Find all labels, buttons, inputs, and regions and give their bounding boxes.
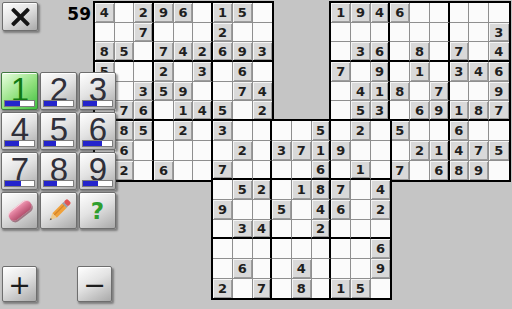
pencil-button[interactable] (40, 192, 77, 229)
cell-B-r3c4[interactable] (390, 42, 410, 62)
cell-C-r3c9[interactable] (371, 161, 391, 181)
cell-A-r6c6[interactable]: 4 (193, 101, 213, 121)
cell-C-r2c5[interactable]: 7 (292, 141, 312, 161)
cell-C-r1c4[interactable] (272, 121, 292, 141)
cell-C-r7c5[interactable] (292, 239, 312, 259)
cell-A-r3c1[interactable]: 8 (95, 42, 115, 62)
cell-B-r4c7[interactable]: 3 (450, 62, 470, 82)
cell-B-r6c5[interactable]: 6 (410, 101, 430, 121)
cell-B-r8c5[interactable]: 2 (410, 141, 430, 161)
cell-B-r5c1[interactable] (331, 82, 351, 102)
cell-B-r5c2[interactable]: 4 (351, 82, 371, 102)
cell-C-r1c7[interactable] (331, 121, 351, 141)
cell-C-r4c1[interactable] (213, 180, 233, 200)
cell-C-r5c1[interactable]: 9 (213, 200, 233, 220)
cell-B-r3c8[interactable] (469, 42, 489, 62)
cell-C-r2c3[interactable] (253, 141, 273, 161)
eraser-button[interactable] (1, 192, 38, 229)
cell-C-r5c3[interactable] (253, 200, 273, 220)
cell-A-r5c4[interactable]: 5 (154, 82, 174, 102)
cell-B-r9c4[interactable]: 7 (390, 161, 410, 181)
cell-A-r5c3[interactable]: 3 (134, 82, 154, 102)
cell-B-r8c7[interactable]: 4 (450, 141, 470, 161)
cell-A-r3c9[interactable]: 3 (253, 42, 273, 62)
cell-A-r2c1[interactable] (95, 23, 115, 43)
cell-B-r1c6[interactable] (430, 3, 450, 23)
cell-B-r5c7[interactable] (450, 82, 470, 102)
cell-B-r4c6[interactable] (430, 62, 450, 82)
cell-B-r7c6[interactable] (430, 121, 450, 141)
cell-B-r3c5[interactable]: 8 (410, 42, 430, 62)
cell-C-r7c1[interactable] (213, 239, 233, 259)
cell-A-r9c6[interactable] (193, 161, 213, 181)
cell-C-r5c5[interactable] (292, 200, 312, 220)
digit-progress-bar (82, 140, 113, 147)
digit-button-8[interactable]: 8 (40, 152, 77, 190)
digit-button-1[interactable]: 1 (1, 72, 38, 110)
digit-button-9[interactable]: 9 (79, 152, 116, 190)
cell-C-r1c2[interactable] (233, 121, 253, 141)
cell-C-r5c8[interactable] (351, 200, 371, 220)
cell-C-r7c9[interactable]: 6 (371, 239, 391, 259)
cell-C-r9c3[interactable]: 7 (253, 279, 273, 299)
cell-B-r5c5[interactable] (410, 82, 430, 102)
cell-A-r3c8[interactable]: 9 (233, 42, 253, 62)
cell-C-r5c7[interactable]: 6 (331, 200, 351, 220)
cell-C-r6c7[interactable] (331, 220, 351, 240)
cell-B-r4c9[interactable]: 6 (489, 62, 509, 82)
cell-A-r8c4[interactable] (154, 141, 174, 161)
cell-C-r4c3[interactable]: 2 (253, 180, 273, 200)
cell-B-r4c5[interactable]: 1 (410, 62, 430, 82)
cell-A-r6c9[interactable]: 2 (253, 101, 273, 121)
cell-C-r2c6[interactable]: 1 (312, 141, 332, 161)
cell-B-r9c9[interactable] (489, 161, 509, 181)
cell-C-r8c1[interactable] (213, 259, 233, 279)
cell-B-r6c1[interactable] (331, 101, 351, 121)
cell-C-r6c9[interactable] (371, 220, 391, 240)
cell-C-r8c7[interactable] (331, 259, 351, 279)
cell-C-r6c1[interactable] (213, 220, 233, 240)
cell-C-r9c6[interactable] (312, 279, 332, 299)
cell-B-r2c9[interactable]: 3 (489, 23, 509, 43)
cell-B-r5c4[interactable]: 8 (390, 82, 410, 102)
cell-C-r7c2[interactable] (233, 239, 253, 259)
cell-A-r2c7[interactable]: 2 (213, 23, 233, 43)
cell-C-r4c2[interactable]: 5 (233, 180, 253, 200)
cell-C-r5c9[interactable]: 2 (371, 200, 391, 220)
cell-B-r1c1[interactable]: 1 (331, 3, 351, 23)
cell-B-r2c7[interactable] (450, 23, 470, 43)
cell-B-r9c7[interactable]: 8 (450, 161, 470, 181)
cell-B-r4c4[interactable] (390, 62, 410, 82)
cell-C-r8c3[interactable] (253, 259, 273, 279)
cell-B-r3c9[interactable]: 4 (489, 42, 509, 62)
cell-C-r7c4[interactable] (272, 239, 292, 259)
minus-button[interactable]: − (77, 266, 112, 302)
cell-C-r9c7[interactable]: 1 (331, 279, 351, 299)
cell-C-r1c6[interactable]: 5 (312, 121, 332, 141)
cell-A-r2c6[interactable] (193, 23, 213, 43)
cell-B-r2c4[interactable] (390, 23, 410, 43)
cell-A-r3c7[interactable]: 6 (213, 42, 233, 62)
cell-C-r5c4[interactable]: 5 (272, 200, 292, 220)
digit-button-7[interactable]: 7 (1, 152, 38, 190)
cell-B-r9c8[interactable]: 9 (469, 161, 489, 181)
cell-B-r2c3[interactable] (371, 23, 391, 43)
cell-C-r8c8[interactable] (351, 259, 371, 279)
cell-A-r1c7[interactable]: 1 (213, 3, 233, 23)
cell-A-r3c4[interactable]: 7 (154, 42, 174, 62)
cell-B-r1c9[interactable] (489, 3, 509, 23)
cell-B-r6c7[interactable]: 1 (450, 101, 470, 121)
cell-C-r3c6[interactable]: 6 (312, 161, 332, 181)
cell-B-r2c6[interactable] (430, 23, 450, 43)
cell-A-r7c6[interactable] (193, 121, 213, 141)
cell-C-r4c9[interactable]: 4 (371, 180, 391, 200)
cell-B-r8c4[interactable] (390, 141, 410, 161)
digit-button-4[interactable]: 4 (1, 112, 38, 150)
cell-A-r5c6[interactable] (193, 82, 213, 102)
cell-A-r4c6[interactable]: 3 (193, 62, 213, 82)
cell-C-r6c2[interactable]: 3 (233, 220, 253, 240)
cell-C-r4c8[interactable] (351, 180, 371, 200)
cell-B-r7c9[interactable] (489, 121, 509, 141)
cell-A-r7c5[interactable]: 2 (174, 121, 194, 141)
cell-B-r4c8[interactable]: 4 (469, 62, 489, 82)
cell-C-r1c8[interactable]: 2 (351, 121, 371, 141)
cell-A-r5c7[interactable] (213, 82, 233, 102)
digit-progress-bar (4, 180, 35, 187)
digit-button-5[interactable]: 5 (40, 112, 77, 150)
cell-A-r3c5[interactable]: 4 (174, 42, 194, 62)
cell-C-r3c3[interactable] (253, 161, 273, 181)
cell-A-r8c6[interactable] (193, 141, 213, 161)
cell-C-r1c1[interactable]: 3 (213, 121, 233, 141)
cell-A-r4c9[interactable] (253, 62, 273, 82)
cell-C-r4c6[interactable]: 8 (312, 180, 332, 200)
digit-button-3[interactable]: 3 (79, 72, 116, 110)
cell-B-r7c4[interactable]: 5 (390, 121, 410, 141)
cell-B-r2c1[interactable] (331, 23, 351, 43)
cell-B-r5c9[interactable]: 9 (489, 82, 509, 102)
cell-C-r4c7[interactable]: 7 (331, 180, 351, 200)
cell-B-r6c8[interactable]: 8 (469, 101, 489, 121)
cell-B-r2c2[interactable] (351, 23, 371, 43)
cell-A-r2c4[interactable] (154, 23, 174, 43)
cell-B-r1c7[interactable] (450, 3, 470, 23)
digit-button-2[interactable]: 2 (40, 72, 77, 110)
cell-C-r9c8[interactable]: 5 (351, 279, 371, 299)
cell-C-r9c5[interactable]: 8 (292, 279, 312, 299)
cell-B-r7c8[interactable] (469, 121, 489, 141)
cell-B-r1c3[interactable]: 4 (371, 3, 391, 23)
cell-A-r5c5[interactable]: 9 (174, 82, 194, 102)
cell-B-r7c5[interactable] (410, 121, 430, 141)
minus-label: − (83, 271, 106, 298)
cell-C-r2c1[interactable] (213, 141, 233, 161)
cell-A-r3c6[interactable]: 2 (193, 42, 213, 62)
cell-C-r6c3[interactable]: 4 (253, 220, 273, 240)
cell-C-r8c4[interactable] (272, 259, 292, 279)
close-button[interactable] (2, 2, 38, 31)
cell-A-r9c3[interactable] (134, 161, 154, 181)
cell-C-r2c9[interactable] (371, 141, 391, 161)
cell-A-r8c3[interactable] (134, 141, 154, 161)
cell-A-r4c3[interactable] (134, 62, 154, 82)
cell-C-r8c5[interactable]: 4 (292, 259, 312, 279)
cell-A-r2c5[interactable] (174, 23, 194, 43)
cell-A-r6c8[interactable] (233, 101, 253, 121)
cell-B-r6c6[interactable]: 9 (430, 101, 450, 121)
cell-C-r1c9[interactable] (371, 121, 391, 141)
plus-button[interactable]: + (2, 266, 37, 302)
digit-progress-bar (82, 100, 113, 107)
cell-B-r9c6[interactable]: 6 (430, 161, 450, 181)
cell-C-r6c4[interactable] (272, 220, 292, 240)
cell-A-r8c5[interactable] (174, 141, 194, 161)
cell-B-r1c8[interactable] (469, 3, 489, 23)
cell-C-r6c6[interactable]: 2 (312, 220, 332, 240)
pencil-icon (44, 196, 74, 226)
digit-progress-bar (43, 140, 74, 147)
digit-progress-bar (43, 180, 74, 187)
cell-B-r4c3[interactable]: 9 (371, 62, 391, 82)
cell-C-r2c4[interactable]: 3 (272, 141, 292, 161)
cell-A-r6c3[interactable]: 6 (134, 101, 154, 121)
cell-B-r4c1[interactable]: 7 (331, 62, 351, 82)
digit-pad: 123456789 (1, 72, 119, 190)
cell-B-r4c2[interactable] (351, 62, 371, 82)
cell-A-r4c5[interactable] (174, 62, 194, 82)
cell-C-r3c7[interactable] (331, 161, 351, 181)
cell-C-r6c5[interactable] (292, 220, 312, 240)
cell-C-r9c4[interactable] (272, 279, 292, 299)
cell-A-r9c4[interactable]: 6 (154, 161, 174, 181)
cell-A-r1c8[interactable]: 5 (233, 3, 253, 23)
cell-C-r3c8[interactable]: 1 (351, 161, 371, 181)
cell-B-r5c8[interactable] (469, 82, 489, 102)
cell-B-r5c6[interactable]: 7 (430, 82, 450, 102)
cell-A-r5c8[interactable]: 7 (233, 82, 253, 102)
cell-B-r3c3[interactable]: 6 (371, 42, 391, 62)
cell-A-r1c2[interactable] (115, 3, 135, 23)
cell-C-r2c2[interactable]: 2 (233, 141, 253, 161)
cell-A-r1c1[interactable]: 4 (95, 3, 115, 23)
cell-C-r4c5[interactable]: 1 (292, 180, 312, 200)
cell-A-r3c3[interactable] (134, 42, 154, 62)
cell-C-r3c1[interactable]: 7 (213, 161, 233, 181)
cell-C-r4c4[interactable] (272, 180, 292, 200)
cell-C-r1c5[interactable] (292, 121, 312, 141)
cell-B-r6c2[interactable]: 5 (351, 101, 371, 121)
cell-B-r1c5[interactable] (410, 3, 430, 23)
cell-B-r9c5[interactable] (410, 161, 430, 181)
cell-C-r3c5[interactable] (292, 161, 312, 181)
cell-B-r6c3[interactable]: 3 (371, 101, 391, 121)
cell-C-r5c6[interactable]: 4 (312, 200, 332, 220)
cell-A-r2c3[interactable]: 7 (134, 23, 154, 43)
cell-A-r6c4[interactable] (154, 101, 174, 121)
cell-C-r7c7[interactable] (331, 239, 351, 259)
grid-center: 3522371976152187495462342664927815 (211, 119, 392, 300)
cell-B-r8c6[interactable]: 1 (430, 141, 450, 161)
cell-A-r5c9[interactable]: 4 (253, 82, 273, 102)
cell-C-r2c7[interactable]: 9 (331, 141, 351, 161)
remaining-counter: 59 (56, 4, 91, 24)
digit-progress-bar (43, 100, 74, 107)
cell-A-r7c3[interactable]: 5 (134, 121, 154, 141)
cell-B-r8c8[interactable]: 7 (469, 141, 489, 161)
cell-B-r2c8[interactable] (469, 23, 489, 43)
cell-A-r7c4[interactable] (154, 121, 174, 141)
cell-A-r6c5[interactable]: 1 (174, 101, 194, 121)
cell-B-r2c5[interactable] (410, 23, 430, 43)
cell-C-r5c2[interactable] (233, 200, 253, 220)
sudoku-app-screen: 4296157285742693523635974476145285236226… (0, 0, 512, 309)
cell-B-r6c9[interactable]: 7 (489, 101, 509, 121)
cell-A-r2c9[interactable] (253, 23, 273, 43)
digit-progress-bar (82, 180, 113, 187)
cell-C-r8c2[interactable]: 6 (233, 259, 253, 279)
cell-C-r6c8[interactable] (351, 220, 371, 240)
cell-A-r6c7[interactable]: 5 (213, 101, 233, 121)
cell-C-r3c4[interactable] (272, 161, 292, 181)
cell-A-r2c2[interactable] (115, 23, 135, 43)
cell-B-r3c1[interactable] (331, 42, 351, 62)
cell-C-r9c2[interactable] (233, 279, 253, 299)
cell-B-r5c3[interactable]: 1 (371, 82, 391, 102)
help-button[interactable]: ? (79, 192, 116, 229)
cell-C-r8c9[interactable]: 9 (371, 259, 391, 279)
cell-C-r7c8[interactable] (351, 239, 371, 259)
cell-C-r3c2[interactable] (233, 161, 253, 181)
help-icon: ? (91, 198, 104, 224)
cell-B-r1c4[interactable]: 6 (390, 3, 410, 23)
digit-progress-bar (4, 140, 35, 147)
plus-label: + (8, 271, 31, 298)
cell-C-r8c6[interactable] (312, 259, 332, 279)
cell-B-r6c4[interactable] (390, 101, 410, 121)
cell-B-r3c7[interactable]: 7 (450, 42, 470, 62)
cell-A-r1c5[interactable]: 6 (174, 3, 194, 23)
cell-A-r1c4[interactable]: 9 (154, 3, 174, 23)
cell-A-r3c2[interactable]: 5 (115, 42, 135, 62)
cell-B-r3c2[interactable]: 3 (351, 42, 371, 62)
tool-row: ? (1, 192, 119, 229)
cell-C-r7c3[interactable] (253, 239, 273, 259)
cell-A-r9c5[interactable] (174, 161, 194, 181)
cell-C-r2c8[interactable] (351, 141, 371, 161)
cell-B-r3c6[interactable] (430, 42, 450, 62)
cell-C-r9c1[interactable]: 2 (213, 279, 233, 299)
cell-B-r7c7[interactable]: 6 (450, 121, 470, 141)
cell-A-r1c3[interactable]: 2 (134, 3, 154, 23)
digit-button-6[interactable]: 6 (79, 112, 116, 150)
cell-A-r4c7[interactable] (213, 62, 233, 82)
digit-progress-bar (4, 100, 35, 107)
cell-C-r1c3[interactable] (253, 121, 273, 141)
cell-A-r2c8[interactable] (233, 23, 253, 43)
cell-A-r4c8[interactable]: 6 (233, 62, 253, 82)
cell-C-r7c6[interactable] (312, 239, 332, 259)
cell-C-r9c9[interactable] (371, 279, 391, 299)
cell-A-r1c6[interactable] (193, 3, 213, 23)
cell-B-r1c2[interactable]: 9 (351, 3, 371, 23)
cell-A-r1c9[interactable] (253, 3, 273, 23)
cell-B-r8c9[interactable]: 5 (489, 141, 509, 161)
eraser-icon (6, 198, 33, 223)
cell-A-r4c4[interactable]: 2 (154, 62, 174, 82)
